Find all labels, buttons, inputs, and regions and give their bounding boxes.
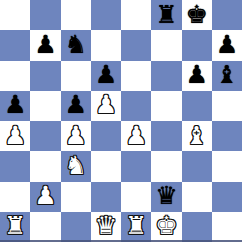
square-a3[interactable] <box>0 151 30 181</box>
square-f7[interactable] <box>151 30 181 60</box>
square-a7[interactable] <box>0 30 30 60</box>
square-a5[interactable]: ♟ <box>0 91 30 121</box>
square-d8[interactable] <box>91 0 121 30</box>
square-b8[interactable] <box>30 0 60 30</box>
square-e1[interactable]: ♜ <box>121 212 151 242</box>
square-h8[interactable] <box>212 0 242 30</box>
white-pawn-icon[interactable]: ♟ <box>34 183 56 208</box>
square-h2[interactable] <box>212 182 242 212</box>
black-pawn-icon[interactable]: ♟ <box>4 92 26 117</box>
black-pawn-icon[interactable]: ♟ <box>216 32 238 57</box>
square-b6[interactable] <box>30 61 60 91</box>
square-f1[interactable]: ♚ <box>151 212 181 242</box>
white-pawn-icon[interactable]: ♟ <box>4 123 26 148</box>
square-c8[interactable] <box>61 0 91 30</box>
white-pawn-icon[interactable]: ♟ <box>95 92 117 117</box>
square-f3[interactable] <box>151 151 181 181</box>
white-queen-icon[interactable]: ♛ <box>95 213 117 238</box>
square-h3[interactable] <box>212 151 242 181</box>
square-g4[interactable]: ♝ <box>182 121 212 151</box>
square-e4[interactable]: ♟ <box>121 121 151 151</box>
chess-board-grid: ♜♚♟♞♟♟♟♝♟♟♟♟♟♟♝♞♟♛♜♛♜♚ <box>0 0 242 242</box>
square-g8[interactable]: ♚ <box>182 0 212 30</box>
square-f5[interactable] <box>151 91 181 121</box>
square-c7[interactable]: ♞ <box>61 30 91 60</box>
square-e5[interactable] <box>121 91 151 121</box>
square-b3[interactable] <box>30 151 60 181</box>
black-bishop-icon[interactable]: ♝ <box>216 62 238 87</box>
square-g7[interactable] <box>182 30 212 60</box>
chess-board: ♜♚♟♞♟♟♟♝♟♟♟♟♟♟♝♞♟♛♜♛♜♚ <box>0 0 242 242</box>
square-a8[interactable] <box>0 0 30 30</box>
white-king-icon[interactable]: ♚ <box>155 213 177 238</box>
square-f2[interactable]: ♛ <box>151 182 181 212</box>
square-b5[interactable] <box>30 91 60 121</box>
square-g3[interactable] <box>182 151 212 181</box>
square-a1[interactable]: ♜ <box>0 212 30 242</box>
square-c1[interactable] <box>61 212 91 242</box>
square-d3[interactable] <box>91 151 121 181</box>
square-d6[interactable]: ♟ <box>91 61 121 91</box>
white-rook-icon[interactable]: ♜ <box>125 213 147 238</box>
black-pawn-icon[interactable]: ♟ <box>34 32 56 57</box>
white-knight-icon[interactable]: ♞ <box>64 153 86 178</box>
black-queen-icon[interactable]: ♛ <box>155 183 177 208</box>
square-c2[interactable] <box>61 182 91 212</box>
black-king-icon[interactable]: ♚ <box>185 2 207 27</box>
square-h7[interactable]: ♟ <box>212 30 242 60</box>
square-d2[interactable] <box>91 182 121 212</box>
square-g6[interactable]: ♟ <box>182 61 212 91</box>
square-e6[interactable] <box>121 61 151 91</box>
square-b4[interactable] <box>30 121 60 151</box>
square-c3[interactable]: ♞ <box>61 151 91 181</box>
square-f8[interactable]: ♜ <box>151 0 181 30</box>
white-bishop-icon[interactable]: ♝ <box>185 123 207 148</box>
square-c4[interactable]: ♟ <box>61 121 91 151</box>
square-e8[interactable] <box>121 0 151 30</box>
square-g2[interactable] <box>182 182 212 212</box>
square-h5[interactable] <box>212 91 242 121</box>
square-h1[interactable] <box>212 212 242 242</box>
black-rook-icon[interactable]: ♜ <box>155 2 177 27</box>
white-pawn-icon[interactable]: ♟ <box>64 123 86 148</box>
square-h6[interactable]: ♝ <box>212 61 242 91</box>
black-knight-icon[interactable]: ♞ <box>64 32 86 57</box>
square-e2[interactable] <box>121 182 151 212</box>
white-rook-icon[interactable]: ♜ <box>4 213 26 238</box>
square-g1[interactable] <box>182 212 212 242</box>
white-pawn-icon[interactable]: ♟ <box>125 123 147 148</box>
square-b1[interactable] <box>30 212 60 242</box>
square-e7[interactable] <box>121 30 151 60</box>
square-a4[interactable]: ♟ <box>0 121 30 151</box>
square-a6[interactable] <box>0 61 30 91</box>
square-c6[interactable] <box>61 61 91 91</box>
square-b2[interactable]: ♟ <box>30 182 60 212</box>
black-pawn-icon[interactable]: ♟ <box>64 92 86 117</box>
square-d5[interactable]: ♟ <box>91 91 121 121</box>
black-pawn-icon[interactable]: ♟ <box>95 62 117 87</box>
square-a2[interactable] <box>0 182 30 212</box>
square-h4[interactable] <box>212 121 242 151</box>
square-f6[interactable] <box>151 61 181 91</box>
square-e3[interactable] <box>121 151 151 181</box>
square-d4[interactable] <box>91 121 121 151</box>
square-d1[interactable]: ♛ <box>91 212 121 242</box>
square-f4[interactable] <box>151 121 181 151</box>
square-g5[interactable] <box>182 91 212 121</box>
square-c5[interactable]: ♟ <box>61 91 91 121</box>
square-d7[interactable] <box>91 30 121 60</box>
black-pawn-icon[interactable]: ♟ <box>185 62 207 87</box>
square-b7[interactable]: ♟ <box>30 30 60 60</box>
